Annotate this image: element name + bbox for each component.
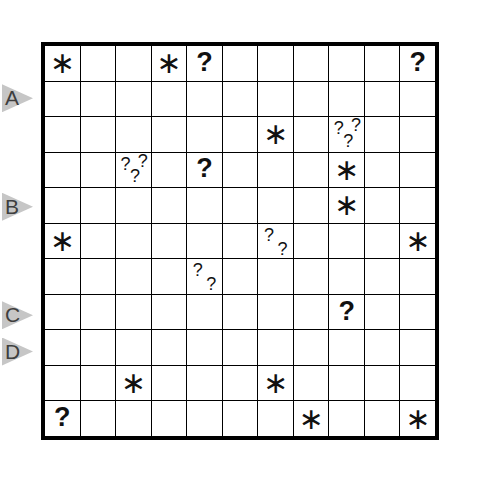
cell-r2c9[interactable] <box>329 82 364 117</box>
cell-r7c8[interactable] <box>294 259 329 294</box>
answer-row-marker-a: A <box>2 84 33 112</box>
cell-r11c2[interactable] <box>81 401 116 436</box>
question-clue: ? <box>338 298 355 325</box>
cell-r5c5[interactable] <box>187 188 222 223</box>
cell-r3c8[interactable] <box>294 117 329 152</box>
cell-r7c11[interactable] <box>400 259 435 294</box>
answer-row-marker-b: B <box>2 193 33 221</box>
cell-r11c6[interactable] <box>223 401 258 436</box>
cell-r4c7[interactable] <box>258 153 293 188</box>
cell-r2c11[interactable] <box>400 82 435 117</box>
cell-r1c10[interactable] <box>365 46 400 81</box>
cell-r6c3[interactable] <box>116 224 151 259</box>
cell-r10c6[interactable] <box>223 366 258 401</box>
answer-row-marker-c: C <box>2 301 33 329</box>
cell-r6c9[interactable] <box>329 224 364 259</box>
cell-r5c1[interactable] <box>45 188 80 223</box>
cell-r9c9[interactable] <box>329 330 364 365</box>
cell-r6c2[interactable] <box>81 224 116 259</box>
cell-r10c11[interactable] <box>400 366 435 401</box>
question-clue-small: ? <box>334 119 344 137</box>
cell-r8c2[interactable] <box>81 295 116 330</box>
cell-r8c10[interactable] <box>365 295 400 330</box>
cell-r9c10[interactable] <box>365 330 400 365</box>
cell-r8c7[interactable] <box>258 295 293 330</box>
cell-r9c7[interactable] <box>258 330 293 365</box>
cell-r6c1[interactable]: ∗ <box>45 224 80 259</box>
cell-r4c5[interactable]: ? <box>187 153 222 188</box>
cell-r11c1[interactable]: ? <box>45 401 80 436</box>
question-clue-small: ? <box>130 167 140 185</box>
star-clue: ∗ <box>334 190 359 220</box>
cell-r2c5[interactable] <box>187 82 222 117</box>
cell-r7c5[interactable]: ?? <box>187 259 222 294</box>
cell-r1c11[interactable]: ? <box>400 46 435 81</box>
cell-r6c6[interactable] <box>223 224 258 259</box>
cell-r3c1[interactable] <box>45 117 80 152</box>
cell-r9c3[interactable] <box>116 330 151 365</box>
cell-r3c4[interactable] <box>152 117 187 152</box>
cell-r10c10[interactable] <box>365 366 400 401</box>
cell-r4c4[interactable] <box>152 153 187 188</box>
cell-r3c9[interactable]: ??? <box>329 117 364 152</box>
cell-r11c3[interactable] <box>116 401 151 436</box>
cell-r5c2[interactable] <box>81 188 116 223</box>
cell-r4c3[interactable]: ??? <box>116 153 151 188</box>
star-clue: ∗ <box>405 226 430 256</box>
cell-r6c10[interactable] <box>365 224 400 259</box>
cell-r11c11[interactable]: ∗ <box>400 401 435 436</box>
marker-letter: D <box>5 341 20 362</box>
cell-r8c8[interactable] <box>294 295 329 330</box>
cell-r7c1[interactable] <box>45 259 80 294</box>
cell-r8c9[interactable]: ? <box>329 295 364 330</box>
cell-r6c4[interactable] <box>152 224 187 259</box>
cell-r10c1[interactable] <box>45 366 80 401</box>
cell-r10c4[interactable] <box>152 366 187 401</box>
cell-r3c2[interactable] <box>81 117 116 152</box>
cell-r9c6[interactable] <box>223 330 258 365</box>
cell-r2c7[interactable] <box>258 82 293 117</box>
question-clue-small: ? <box>343 132 353 150</box>
question-clue-small: ? <box>206 275 216 293</box>
cell-r5c10[interactable] <box>365 188 400 223</box>
cell-r5c3[interactable] <box>116 188 151 223</box>
cell-r3c3[interactable] <box>116 117 151 152</box>
cell-r3c11[interactable] <box>400 117 435 152</box>
cell-r5c11[interactable] <box>400 188 435 223</box>
cell-r2c8[interactable] <box>294 82 329 117</box>
cell-r5c4[interactable] <box>152 188 187 223</box>
cell-r5c8[interactable] <box>294 188 329 223</box>
cell-r9c4[interactable] <box>152 330 187 365</box>
cell-r8c4[interactable] <box>152 295 187 330</box>
cell-r9c1[interactable] <box>45 330 80 365</box>
question-clue-small: ? <box>264 226 274 244</box>
cell-r7c9[interactable] <box>329 259 364 294</box>
cell-r4c1[interactable] <box>45 153 80 188</box>
question-clue: ? <box>409 49 426 76</box>
cell-r5c9[interactable]: ∗ <box>329 188 364 223</box>
cell-r1c1[interactable]: ∗ <box>45 46 80 81</box>
cell-r9c11[interactable] <box>400 330 435 365</box>
cell-r10c3[interactable]: ∗ <box>116 366 151 401</box>
cell-r6c11[interactable]: ∗ <box>400 224 435 259</box>
cell-r4c8[interactable] <box>294 153 329 188</box>
cell-r7c7[interactable] <box>258 259 293 294</box>
cell-r2c4[interactable] <box>152 82 187 117</box>
cell-r3c10[interactable] <box>365 117 400 152</box>
cell-r6c8[interactable] <box>294 224 329 259</box>
cell-r3c5[interactable] <box>187 117 222 152</box>
star-clue: ∗ <box>50 226 75 256</box>
cell-r9c5[interactable] <box>187 330 222 365</box>
cell-r3c7[interactable]: ∗ <box>258 117 293 152</box>
star-clue: ∗ <box>405 404 430 434</box>
cell-r11c7[interactable] <box>258 401 293 436</box>
cell-r1c3[interactable] <box>116 46 151 81</box>
cell-r8c1[interactable] <box>45 295 80 330</box>
cell-r8c6[interactable] <box>223 295 258 330</box>
cell-r3c6[interactable] <box>223 117 258 152</box>
cell-r2c10[interactable] <box>365 82 400 117</box>
cell-r7c4[interactable] <box>152 259 187 294</box>
star-clue: ∗ <box>121 368 146 398</box>
question-clue-small: ? <box>120 155 130 173</box>
cell-r1c9[interactable] <box>329 46 364 81</box>
marker-letter: C <box>5 304 20 325</box>
puzzle-grid: ∗∗??∗???????∗∗∗??∗???∗∗?∗∗ <box>41 42 439 440</box>
cell-r2c6[interactable] <box>223 82 258 117</box>
star-clue: ∗ <box>156 48 181 78</box>
cell-r9c2[interactable] <box>81 330 116 365</box>
cell-r4c11[interactable] <box>400 153 435 188</box>
cell-r10c5[interactable] <box>187 366 222 401</box>
cell-r9c8[interactable] <box>294 330 329 365</box>
cell-r1c5[interactable]: ? <box>187 46 222 81</box>
marker-letter: B <box>5 196 19 217</box>
cell-r8c11[interactable] <box>400 295 435 330</box>
cell-r7c10[interactable] <box>365 259 400 294</box>
cell-r4c6[interactable] <box>223 153 258 188</box>
cell-r2c1[interactable] <box>45 82 80 117</box>
cell-r6c7[interactable]: ?? <box>258 224 293 259</box>
cell-r11c9[interactable] <box>329 401 364 436</box>
cell-r2c2[interactable] <box>81 82 116 117</box>
cell-r11c10[interactable] <box>365 401 400 436</box>
cell-r8c3[interactable] <box>116 295 151 330</box>
cell-r7c6[interactable] <box>223 259 258 294</box>
cell-r2c3[interactable] <box>116 82 151 117</box>
cell-r10c8[interactable] <box>294 366 329 401</box>
question-clue-small: ? <box>193 261 203 279</box>
cell-r4c10[interactable] <box>365 153 400 188</box>
cell-r10c9[interactable] <box>329 366 364 401</box>
cell-r7c2[interactable] <box>81 259 116 294</box>
cell-r1c8[interactable] <box>294 46 329 81</box>
cell-r10c2[interactable] <box>81 366 116 401</box>
cell-r4c9[interactable]: ∗ <box>329 153 364 188</box>
cell-r11c4[interactable] <box>152 401 187 436</box>
star-clue: ∗ <box>299 404 324 434</box>
cell-r1c7[interactable] <box>258 46 293 81</box>
marker-letter: A <box>5 87 19 108</box>
puzzle-canvas: ∗∗??∗???????∗∗∗??∗???∗∗?∗∗ ABCD <box>0 0 483 483</box>
star-clue: ∗ <box>334 155 359 185</box>
cell-r10c7[interactable]: ∗ <box>258 366 293 401</box>
cell-r8c5[interactable] <box>187 295 222 330</box>
cell-r5c6[interactable] <box>223 188 258 223</box>
question-clue: ? <box>196 155 213 182</box>
question-clue: ? <box>54 404 71 431</box>
cell-r7c3[interactable] <box>116 259 151 294</box>
cell-r1c6[interactable] <box>223 46 258 81</box>
question-clue: ? <box>196 49 213 76</box>
question-clue-small: ? <box>277 240 287 258</box>
answer-row-marker-d: D <box>2 338 33 366</box>
cell-r1c4[interactable]: ∗ <box>152 46 187 81</box>
cell-r1c2[interactable] <box>81 46 116 81</box>
star-clue: ∗ <box>263 119 288 149</box>
cell-r11c5[interactable] <box>187 401 222 436</box>
cell-r4c2[interactable] <box>81 153 116 188</box>
star-clue: ∗ <box>50 48 75 78</box>
cell-r11c8[interactable]: ∗ <box>294 401 329 436</box>
cell-r6c5[interactable] <box>187 224 222 259</box>
star-clue: ∗ <box>263 368 288 398</box>
cell-r5c7[interactable] <box>258 188 293 223</box>
